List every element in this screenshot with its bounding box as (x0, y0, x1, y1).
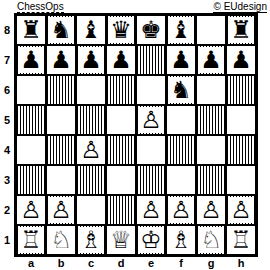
square-b6[interactable] (46, 75, 76, 105)
white-pawn-piece[interactable]: ♙ (48, 197, 74, 223)
rank-label-2: 2 (0, 195, 14, 225)
square-c7[interactable]: ♟ (76, 45, 106, 75)
square-d7[interactable]: ♟ (106, 45, 136, 75)
white-rook-piece[interactable]: ♖ (228, 227, 254, 253)
square-b1[interactable]: ♘ (46, 225, 76, 255)
square-f2[interactable]: ♙ (166, 195, 196, 225)
black-pawn-piece[interactable]: ♟ (48, 47, 74, 73)
white-pawn-piece[interactable]: ♙ (78, 137, 104, 163)
white-pawn-piece[interactable]: ♙ (138, 107, 164, 133)
white-bishop-piece[interactable]: ♗ (78, 227, 104, 253)
square-a2[interactable]: ♙ (16, 195, 46, 225)
square-b5[interactable] (46, 105, 76, 135)
black-king-piece[interactable]: ♚ (138, 17, 164, 43)
rank-label-4: 4 (0, 135, 14, 165)
white-pawn-piece[interactable]: ♙ (18, 197, 44, 223)
square-h8[interactable]: ♜ (226, 15, 256, 45)
square-f7[interactable]: ♟ (166, 45, 196, 75)
square-f6[interactable]: ♞ (166, 75, 196, 105)
file-label-e: e (136, 257, 166, 270)
rank-label-8: 8 (0, 15, 14, 45)
square-a7[interactable]: ♟ (16, 45, 46, 75)
white-king-piece[interactable]: ♔ (138, 227, 164, 253)
square-f5[interactable] (166, 105, 196, 135)
square-b7[interactable]: ♟ (46, 45, 76, 75)
square-a4[interactable] (16, 135, 46, 165)
square-e2[interactable]: ♙ (136, 195, 166, 225)
white-knight-piece[interactable]: ♘ (48, 227, 74, 253)
square-e7[interactable] (136, 45, 166, 75)
white-knight-piece[interactable]: ♘ (198, 227, 224, 253)
square-a5[interactable] (16, 105, 46, 135)
chess-board: ♜♞♝♛♚♝♜♟♟♟♟♟♟♟♞♙♙♙♙♙♙♙♙♖♘♗♕♔♗♘♖ (14, 13, 258, 257)
square-b4[interactable] (46, 135, 76, 165)
square-h2[interactable]: ♙ (226, 195, 256, 225)
square-g4[interactable] (196, 135, 226, 165)
square-h3[interactable] (226, 165, 256, 195)
square-e5[interactable]: ♙ (136, 105, 166, 135)
square-g5[interactable] (196, 105, 226, 135)
black-knight-piece[interactable]: ♞ (168, 77, 194, 103)
square-d6[interactable] (106, 75, 136, 105)
black-pawn-piece[interactable]: ♟ (78, 47, 104, 73)
square-d1[interactable]: ♕ (106, 225, 136, 255)
file-labels: abcdefgh (16, 257, 270, 270)
black-knight-piece[interactable]: ♞ (48, 17, 74, 43)
square-a8[interactable]: ♜ (16, 15, 46, 45)
rank-label-3: 3 (0, 165, 14, 195)
file-label-c: c (76, 257, 106, 270)
white-rook-piece[interactable]: ♖ (18, 227, 44, 253)
square-a6[interactable] (16, 75, 46, 105)
square-b3[interactable] (46, 165, 76, 195)
eudesign-credit-link[interactable]: © EUdesign (213, 1, 267, 13)
square-e6[interactable] (136, 75, 166, 105)
square-d8[interactable]: ♛ (106, 15, 136, 45)
chessops-title-link[interactable]: ChessOps (17, 1, 64, 13)
black-pawn-piece[interactable]: ♟ (18, 47, 44, 73)
black-pawn-piece[interactable]: ♟ (198, 47, 224, 73)
square-f3[interactable] (166, 165, 196, 195)
square-a1[interactable]: ♖ (16, 225, 46, 255)
square-f1[interactable]: ♗ (166, 225, 196, 255)
rank-label-5: 5 (0, 105, 14, 135)
white-pawn-piece[interactable]: ♙ (138, 197, 164, 223)
black-rook-piece[interactable]: ♜ (228, 17, 254, 43)
square-g8[interactable] (196, 15, 226, 45)
rank-label-1: 1 (0, 225, 14, 255)
file-label-a: a (16, 257, 46, 270)
square-e4[interactable] (136, 135, 166, 165)
file-label-f: f (166, 257, 196, 270)
square-h7[interactable]: ♟ (226, 45, 256, 75)
square-f4[interactable] (166, 135, 196, 165)
file-label-g: g (196, 257, 226, 270)
square-c8[interactable]: ♝ (76, 15, 106, 45)
square-c2[interactable] (76, 195, 106, 225)
black-pawn-piece[interactable]: ♟ (168, 47, 194, 73)
black-rook-piece[interactable]: ♜ (18, 17, 44, 43)
square-h1[interactable]: ♖ (226, 225, 256, 255)
white-pawn-piece[interactable]: ♙ (228, 197, 254, 223)
square-h5[interactable] (226, 105, 256, 135)
square-b2[interactable]: ♙ (46, 195, 76, 225)
square-f8[interactable]: ♝ (166, 15, 196, 45)
square-d3[interactable] (106, 165, 136, 195)
black-pawn-piece[interactable]: ♟ (228, 47, 254, 73)
square-a3[interactable] (16, 165, 46, 195)
square-c3[interactable] (76, 165, 106, 195)
square-c5[interactable] (76, 105, 106, 135)
square-g1[interactable]: ♘ (196, 225, 226, 255)
white-pawn-piece[interactable]: ♙ (168, 197, 194, 223)
square-b8[interactable]: ♞ (46, 15, 76, 45)
file-label-h: h (226, 257, 256, 270)
square-g3[interactable] (196, 165, 226, 195)
square-d5[interactable] (106, 105, 136, 135)
square-g6[interactable] (196, 75, 226, 105)
header-bar: ChessOps © EUdesign (0, 0, 270, 13)
square-h6[interactable] (226, 75, 256, 105)
board-area: 87654321 ♜♞♝♛♚♝♜♟♟♟♟♟♟♟♞♙♙♙♙♙♙♙♙♖♘♗♕♔♗♘♖ (0, 13, 270, 257)
black-pawn-piece[interactable]: ♟ (108, 47, 134, 73)
black-bishop-piece[interactable]: ♝ (168, 17, 194, 43)
file-label-b: b (46, 257, 76, 270)
black-bishop-piece[interactable]: ♝ (78, 17, 104, 43)
white-bishop-piece[interactable]: ♗ (168, 227, 194, 253)
square-d4[interactable] (106, 135, 136, 165)
white-pawn-piece[interactable]: ♙ (198, 197, 224, 223)
rank-label-7: 7 (0, 45, 14, 75)
square-c1[interactable]: ♗ (76, 225, 106, 255)
square-h4[interactable] (226, 135, 256, 165)
square-g2[interactable]: ♙ (196, 195, 226, 225)
square-c6[interactable] (76, 75, 106, 105)
rank-labels: 87654321 (0, 13, 14, 257)
file-label-d: d (106, 257, 136, 270)
square-e3[interactable] (136, 165, 166, 195)
square-e8[interactable]: ♚ (136, 15, 166, 45)
square-g7[interactable]: ♟ (196, 45, 226, 75)
black-queen-piece[interactable]: ♛ (108, 17, 134, 43)
white-queen-piece[interactable]: ♕ (108, 227, 134, 253)
square-c4[interactable]: ♙ (76, 135, 106, 165)
rank-label-6: 6 (0, 75, 14, 105)
square-e1[interactable]: ♔ (136, 225, 166, 255)
square-d2[interactable] (106, 195, 136, 225)
